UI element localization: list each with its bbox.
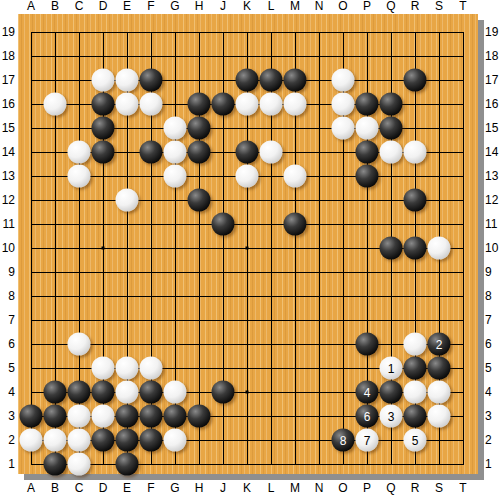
- black-stone-S5[interactable]: [428, 357, 451, 380]
- black-stone-Q16[interactable]: [380, 93, 403, 116]
- bottom-column-label: T: [451, 482, 475, 495]
- white-stone-C14[interactable]: [68, 141, 91, 164]
- left-row-label: 8: [0, 289, 15, 303]
- white-stone-B2[interactable]: [44, 429, 67, 452]
- black-stone-H12[interactable]: [188, 189, 211, 212]
- move-number-label: 3: [388, 410, 395, 422]
- white-stone-D3[interactable]: [92, 405, 115, 428]
- black-stone-P16[interactable]: [356, 93, 379, 116]
- bottom-column-label: F: [139, 482, 163, 495]
- top-column-label: G: [163, 0, 187, 13]
- black-stone-Q4[interactable]: [380, 381, 403, 404]
- black-stone-D14[interactable]: [92, 141, 115, 164]
- move-number-label: 2: [436, 338, 443, 350]
- bottom-column-label: P: [355, 482, 379, 495]
- black-stone-F2[interactable]: [140, 429, 163, 452]
- move-number-label: 8: [340, 434, 347, 446]
- white-stone-O16[interactable]: [332, 93, 355, 116]
- white-stone-C3[interactable]: [68, 405, 91, 428]
- white-stone-G4[interactable]: [164, 381, 187, 404]
- right-row-label: 13: [485, 169, 500, 183]
- black-stone-Q15[interactable]: [380, 117, 403, 140]
- left-row-label: 19: [0, 25, 15, 39]
- move-number-label: 1: [388, 362, 395, 374]
- right-row-label: 19: [485, 25, 500, 39]
- left-row-label: 14: [0, 145, 15, 159]
- black-stone-H16[interactable]: [188, 93, 211, 116]
- bottom-column-label: S: [427, 482, 451, 495]
- black-stone-M17[interactable]: [284, 69, 307, 92]
- move-number-label: 4: [364, 386, 371, 398]
- bottom-column-label: J: [211, 482, 235, 495]
- right-row-label: 12: [485, 193, 500, 207]
- right-row-label: 11: [485, 217, 500, 231]
- bottom-column-label: O: [331, 482, 355, 495]
- bottom-column-label: G: [163, 482, 187, 495]
- right-row-label: 10: [485, 241, 500, 255]
- right-row-label: 15: [485, 121, 500, 135]
- white-stone-G15[interactable]: [164, 117, 187, 140]
- white-stone-P15[interactable]: [356, 117, 379, 140]
- white-stone-S4[interactable]: [428, 381, 451, 404]
- right-row-label: 8: [485, 289, 500, 303]
- white-stone-R14[interactable]: [404, 141, 427, 164]
- top-column-label: E: [115, 0, 139, 13]
- top-column-label: R: [403, 0, 427, 13]
- bottom-column-label: B: [43, 482, 67, 495]
- white-stone-M16[interactable]: [284, 93, 307, 116]
- left-row-label: 7: [0, 313, 15, 327]
- white-stone-C2[interactable]: [68, 429, 91, 452]
- top-column-label: H: [187, 0, 211, 13]
- white-stone-C1[interactable]: [68, 453, 91, 476]
- black-stone-S6[interactable]: 2: [428, 333, 451, 356]
- top-column-label: A: [19, 0, 43, 13]
- right-row-label: 3: [485, 409, 500, 423]
- top-column-label: K: [235, 0, 259, 13]
- bottom-column-label: L: [259, 482, 283, 495]
- black-stone-F4[interactable]: [140, 381, 163, 404]
- right-row-label: 17: [485, 73, 500, 87]
- white-stone-R6[interactable]: [404, 333, 427, 356]
- top-column-label: F: [139, 0, 163, 13]
- white-stone-G14[interactable]: [164, 141, 187, 164]
- black-stone-J16[interactable]: [212, 93, 235, 116]
- top-column-label: D: [91, 0, 115, 13]
- top-column-label: T: [451, 0, 475, 13]
- bottom-column-label: N: [307, 482, 331, 495]
- bottom-column-label: K: [235, 482, 259, 495]
- white-stone-G2[interactable]: [164, 429, 187, 452]
- black-stone-B3[interactable]: [44, 405, 67, 428]
- white-stone-C13[interactable]: [68, 165, 91, 188]
- black-stone-P3[interactable]: 6: [356, 405, 379, 428]
- black-stone-P13[interactable]: [356, 165, 379, 188]
- white-stone-K13[interactable]: [236, 165, 259, 188]
- white-stone-S10[interactable]: [428, 237, 451, 260]
- top-column-label: S: [427, 0, 451, 13]
- white-stone-E17[interactable]: [116, 69, 139, 92]
- top-column-label: C: [67, 0, 91, 13]
- black-stone-J11[interactable]: [212, 213, 235, 236]
- black-stone-F14[interactable]: [140, 141, 163, 164]
- black-stone-R17[interactable]: [404, 69, 427, 92]
- left-row-label: 12: [0, 193, 15, 207]
- top-column-label: O: [331, 0, 355, 13]
- black-stone-R3[interactable]: [404, 405, 427, 428]
- black-stone-R10[interactable]: [404, 237, 427, 260]
- black-stone-P4[interactable]: 4: [356, 381, 379, 404]
- bottom-column-label: E: [115, 482, 139, 495]
- top-column-label: Q: [379, 0, 403, 13]
- bottom-column-label: Q: [379, 482, 403, 495]
- white-stone-P2[interactable]: 7: [356, 429, 379, 452]
- black-stone-F17[interactable]: [140, 69, 163, 92]
- black-stone-D2[interactable]: [92, 429, 115, 452]
- white-stone-L14[interactable]: [260, 141, 283, 164]
- top-column-label: N: [307, 0, 331, 13]
- move-number-label: 6: [364, 410, 371, 422]
- black-stone-E2[interactable]: [116, 429, 139, 452]
- white-stone-K16[interactable]: [236, 93, 259, 116]
- left-row-label: 16: [0, 97, 15, 111]
- go-board-diagram: AABBCCDDEEFFGGHHJJKKLLMMNNOOPPQQRRSSTT19…: [0, 0, 500, 500]
- left-row-label: 17: [0, 73, 15, 87]
- bottom-column-label: D: [91, 482, 115, 495]
- top-column-label: M: [283, 0, 307, 13]
- white-stone-M13[interactable]: [284, 165, 307, 188]
- white-stone-Q3[interactable]: 3: [380, 405, 403, 428]
- black-stone-P6[interactable]: [356, 333, 379, 356]
- white-stone-R4[interactable]: [404, 381, 427, 404]
- right-row-label: 16: [485, 97, 500, 111]
- left-row-label: 3: [0, 409, 15, 423]
- black-stone-F3[interactable]: [140, 405, 163, 428]
- white-stone-B16[interactable]: [44, 93, 67, 116]
- right-row-label: 14: [485, 145, 500, 159]
- white-stone-E16[interactable]: [116, 93, 139, 116]
- black-stone-C4[interactable]: [68, 381, 91, 404]
- black-stone-H3[interactable]: [188, 405, 211, 428]
- right-row-label: 18: [485, 49, 500, 63]
- left-row-label: 18: [0, 49, 15, 63]
- white-stone-Q14[interactable]: [380, 141, 403, 164]
- left-row-label: 13: [0, 169, 15, 183]
- black-stone-E3[interactable]: [116, 405, 139, 428]
- hoshi-point-K10: [246, 247, 249, 250]
- white-stone-O17[interactable]: [332, 69, 355, 92]
- left-row-label: 10: [0, 241, 15, 255]
- black-stone-B4[interactable]: [44, 381, 67, 404]
- black-stone-R5[interactable]: [404, 357, 427, 380]
- black-stone-A3[interactable]: [20, 405, 43, 428]
- top-column-label: L: [259, 0, 283, 13]
- top-column-label: J: [211, 0, 235, 13]
- black-stone-L17[interactable]: [260, 69, 283, 92]
- white-stone-D17[interactable]: [92, 69, 115, 92]
- right-row-label: 7: [485, 313, 500, 327]
- black-stone-M11[interactable]: [284, 213, 307, 236]
- black-stone-K14[interactable]: [236, 141, 259, 164]
- black-stone-J4[interactable]: [212, 381, 235, 404]
- white-stone-C6[interactable]: [68, 333, 91, 356]
- black-stone-Q10[interactable]: [380, 237, 403, 260]
- right-row-label: 9: [485, 265, 500, 279]
- black-stone-R12[interactable]: [404, 189, 427, 212]
- top-column-label: B: [43, 0, 67, 13]
- black-stone-D4[interactable]: [92, 381, 115, 404]
- right-row-label: 5: [485, 361, 500, 375]
- bottom-column-label: H: [187, 482, 211, 495]
- hoshi-point-K4: [246, 391, 249, 394]
- white-stone-O15[interactable]: [332, 117, 355, 140]
- bottom-column-label: A: [19, 482, 43, 495]
- black-stone-E1[interactable]: [116, 453, 139, 476]
- left-row-label: 6: [0, 337, 15, 351]
- right-row-label: 4: [485, 385, 500, 399]
- black-stone-G3[interactable]: [164, 405, 187, 428]
- white-stone-F16[interactable]: [140, 93, 163, 116]
- left-row-label: 2: [0, 433, 15, 447]
- black-stone-O2[interactable]: 8: [332, 429, 355, 452]
- black-stone-K17[interactable]: [236, 69, 259, 92]
- left-row-label: 9: [0, 265, 15, 279]
- black-stone-D16[interactable]: [92, 93, 115, 116]
- left-row-label: 4: [0, 385, 15, 399]
- white-stone-D5[interactable]: [92, 357, 115, 380]
- white-stone-Q5[interactable]: 1: [380, 357, 403, 380]
- bottom-column-label: C: [67, 482, 91, 495]
- left-row-label: 5: [0, 361, 15, 375]
- left-row-label: 1: [0, 457, 15, 471]
- move-number-label: 5: [412, 434, 419, 446]
- black-stone-D15[interactable]: [92, 117, 115, 140]
- left-row-label: 11: [0, 217, 15, 231]
- white-stone-S3[interactable]: [428, 405, 451, 428]
- black-stone-H15[interactable]: [188, 117, 211, 140]
- white-stone-E12[interactable]: [116, 189, 139, 212]
- white-stone-G13[interactable]: [164, 165, 187, 188]
- left-row-label: 15: [0, 121, 15, 135]
- white-stone-F5[interactable]: [140, 357, 163, 380]
- right-row-label: 2: [485, 433, 500, 447]
- black-stone-B1[interactable]: [44, 453, 67, 476]
- white-stone-L16[interactable]: [260, 93, 283, 116]
- white-stone-A2[interactable]: [20, 429, 43, 452]
- top-column-label: P: [355, 0, 379, 13]
- move-number-label: 7: [364, 434, 371, 446]
- hoshi-point-D10: [102, 247, 105, 250]
- white-stone-R2[interactable]: 5: [404, 429, 427, 452]
- right-row-label: 6: [485, 337, 500, 351]
- black-stone-H14[interactable]: [188, 141, 211, 164]
- white-stone-E5[interactable]: [116, 357, 139, 380]
- bottom-column-label: M: [283, 482, 307, 495]
- white-stone-E4[interactable]: [116, 381, 139, 404]
- right-row-label: 1: [485, 457, 500, 471]
- bottom-column-label: R: [403, 482, 427, 495]
- black-stone-P14[interactable]: [356, 141, 379, 164]
